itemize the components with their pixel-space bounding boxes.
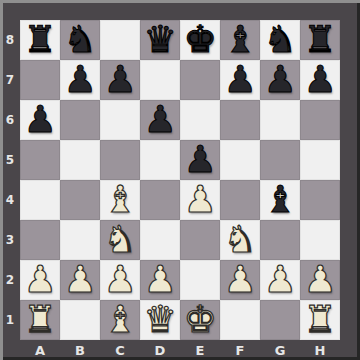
piece-black-pawn[interactable]: ♟ [63,60,96,100]
rank-label-7: 7 [0,60,20,100]
square-d6[interactable]: ♟ [140,100,180,140]
square-c6[interactable] [100,100,140,140]
square-a2[interactable]: ♟ [20,260,60,300]
square-e7[interactable] [180,60,220,100]
square-f2[interactable]: ♟ [220,260,260,300]
square-g7[interactable]: ♟ [260,60,300,100]
piece-white-pawn[interactable]: ♟ [63,260,96,300]
square-h3[interactable] [300,220,340,260]
rank-label-8: 8 [0,20,20,60]
square-c2[interactable]: ♟ [100,260,140,300]
piece-white-pawn[interactable]: ♟ [143,260,176,300]
square-d8[interactable]: ♛ [140,20,180,60]
piece-black-pawn[interactable]: ♟ [223,60,256,100]
square-h8[interactable]: ♜ [300,20,340,60]
square-a3[interactable] [20,220,60,260]
square-b4[interactable] [60,180,100,220]
piece-white-knight[interactable]: ♞ [223,220,256,260]
rank-labels: 87654321 [0,20,20,340]
piece-black-pawn[interactable]: ♟ [143,100,176,140]
square-f1[interactable] [220,300,260,340]
piece-white-bishop[interactable]: ♝ [103,180,136,220]
square-f6[interactable] [220,100,260,140]
square-b8[interactable]: ♞ [60,20,100,60]
file-label-h: H [300,340,340,360]
file-label-b: B [60,340,100,360]
piece-white-pawn[interactable]: ♟ [103,260,136,300]
piece-black-bishop[interactable]: ♝ [223,20,256,60]
piece-white-queen[interactable]: ♛ [143,300,176,340]
rank-label-1: 1 [0,300,20,340]
square-c3[interactable]: ♞ [100,220,140,260]
square-h6[interactable] [300,100,340,140]
square-e2[interactable] [180,260,220,300]
square-a5[interactable] [20,140,60,180]
square-h2[interactable]: ♟ [300,260,340,300]
square-f7[interactable]: ♟ [220,60,260,100]
square-f4[interactable] [220,180,260,220]
piece-black-pawn[interactable]: ♟ [263,60,296,100]
piece-white-rook[interactable]: ♜ [303,300,336,340]
square-c7[interactable]: ♟ [100,60,140,100]
square-b2[interactable]: ♟ [60,260,100,300]
piece-white-rook[interactable]: ♜ [23,300,56,340]
rank-label-5: 5 [0,140,20,180]
square-e1[interactable]: ♚ [180,300,220,340]
rank-label-4: 4 [0,180,20,220]
square-g4[interactable]: ♝ [260,180,300,220]
square-c8[interactable] [100,20,140,60]
file-label-g: G [260,340,300,360]
square-h4[interactable] [300,180,340,220]
piece-black-king[interactable]: ♚ [183,20,216,60]
square-c1[interactable]: ♝ [100,300,140,340]
file-label-d: D [140,340,180,360]
square-d5[interactable] [140,140,180,180]
square-d3[interactable] [140,220,180,260]
piece-white-pawn[interactable]: ♟ [183,180,216,220]
square-e4[interactable]: ♟ [180,180,220,220]
file-label-c: C [100,340,140,360]
square-a8[interactable]: ♜ [20,20,60,60]
piece-white-pawn[interactable]: ♟ [303,260,336,300]
piece-black-rook[interactable]: ♜ [23,20,56,60]
square-g1[interactable] [260,300,300,340]
square-g6[interactable] [260,100,300,140]
square-f5[interactable] [220,140,260,180]
square-b6[interactable] [60,100,100,140]
piece-black-pawn[interactable]: ♟ [103,60,136,100]
square-g2[interactable]: ♟ [260,260,300,300]
square-h5[interactable] [300,140,340,180]
file-labels: ABCDEFGH [20,340,340,360]
square-a6[interactable]: ♟ [20,100,60,140]
square-b7[interactable]: ♟ [60,60,100,100]
square-c4[interactable]: ♝ [100,180,140,220]
square-a7[interactable] [20,60,60,100]
piece-black-knight[interactable]: ♞ [63,20,96,60]
piece-white-king[interactable]: ♚ [183,300,216,340]
square-b5[interactable] [60,140,100,180]
square-a1[interactable]: ♜ [20,300,60,340]
file-label-e: E [180,340,220,360]
piece-black-pawn[interactable]: ♟ [183,140,216,180]
piece-white-pawn[interactable]: ♟ [23,260,56,300]
piece-black-rook[interactable]: ♜ [303,20,336,60]
square-e5[interactable]: ♟ [180,140,220,180]
piece-black-bishop[interactable]: ♝ [263,180,296,220]
piece-black-pawn[interactable]: ♟ [303,60,336,100]
square-a4[interactable] [20,180,60,220]
piece-white-pawn[interactable]: ♟ [263,260,296,300]
piece-white-pawn[interactable]: ♟ [223,260,256,300]
rank-label-3: 3 [0,220,20,260]
piece-black-queen[interactable]: ♛ [143,20,176,60]
piece-black-pawn[interactable]: ♟ [23,100,56,140]
square-c5[interactable] [100,140,140,180]
square-b1[interactable] [60,300,100,340]
piece-black-knight[interactable]: ♞ [263,20,296,60]
square-e8[interactable]: ♚ [180,20,220,60]
square-e3[interactable] [180,220,220,260]
chess-board-frame: 87654321 ♜♞♛♚♝♞♜♟♟♟♟♟♟♟♟♝♟♝♞♞♟♟♟♟♟♟♟♜♝♛♚… [0,0,360,360]
square-g3[interactable] [260,220,300,260]
file-label-a: A [20,340,60,360]
square-h7[interactable]: ♟ [300,60,340,100]
square-d7[interactable] [140,60,180,100]
square-g5[interactable] [260,140,300,180]
rank-label-6: 6 [0,100,20,140]
file-label-f: F [220,340,260,360]
square-b3[interactable] [60,220,100,260]
square-f8[interactable]: ♝ [220,20,260,60]
chess-board[interactable]: ♜♞♛♚♝♞♜♟♟♟♟♟♟♟♟♝♟♝♞♞♟♟♟♟♟♟♟♜♝♛♚♜ [20,20,340,340]
square-d2[interactable]: ♟ [140,260,180,300]
square-e6[interactable] [180,100,220,140]
piece-white-knight[interactable]: ♞ [103,220,136,260]
square-d1[interactable]: ♛ [140,300,180,340]
piece-white-bishop[interactable]: ♝ [103,300,136,340]
square-f3[interactable]: ♞ [220,220,260,260]
square-d4[interactable] [140,180,180,220]
rank-label-2: 2 [0,260,20,300]
square-g8[interactable]: ♞ [260,20,300,60]
square-h1[interactable]: ♜ [300,300,340,340]
